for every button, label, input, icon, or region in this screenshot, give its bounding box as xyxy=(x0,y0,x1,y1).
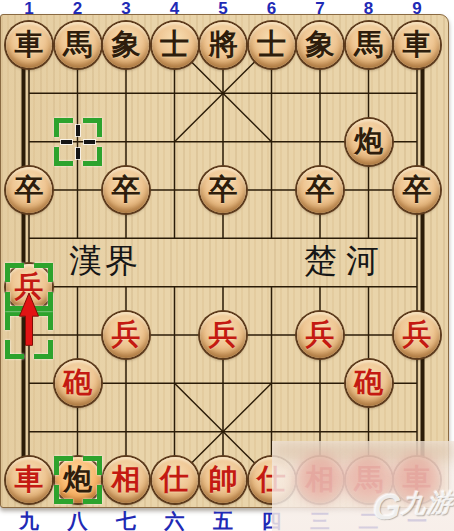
piece-black-cannon[interactable]: 炮 xyxy=(346,119,392,165)
bottom-file-label-1: 九 xyxy=(16,508,42,531)
piece-red-chariot[interactable]: 車 xyxy=(6,457,52,503)
piece-glyph: 馬 xyxy=(63,21,92,69)
piece-glyph: 車 xyxy=(15,21,44,69)
piece-glyph: 兵 xyxy=(15,263,44,311)
piece-glyph: 兵 xyxy=(403,311,432,359)
bottom-file-label-4: 六 xyxy=(162,508,188,531)
piece-glyph: 將 xyxy=(209,21,238,69)
top-file-label-7: 7 xyxy=(307,0,333,19)
piece-glyph: 兵 xyxy=(112,311,141,359)
piece-red-general[interactable]: 帥 xyxy=(200,457,246,503)
piece-red-soldier[interactable]: 兵 xyxy=(103,312,149,358)
piece-red-soldier[interactable]: 兵 xyxy=(394,312,440,358)
piece-glyph: 相 xyxy=(112,456,141,504)
piece-glyph: 車 xyxy=(15,456,44,504)
piece-glyph: 馬 xyxy=(354,21,383,69)
piece-black-advisor[interactable]: 士 xyxy=(249,22,295,68)
river-label-hanjie: 漢界 xyxy=(60,243,150,279)
piece-red-cannon[interactable]: 砲 xyxy=(346,360,392,406)
top-file-label-1: 1 xyxy=(16,0,42,19)
blurred-piece xyxy=(297,455,343,501)
piece-glyph: 兵 xyxy=(306,311,335,359)
river-label-chuhe: 楚河 xyxy=(298,243,394,279)
jiuyou-logo-text: 九游 xyxy=(400,488,454,518)
xiangqi-game-screen: 漢界 楚河 123456789九八七六五四三二一 車馬象士將士象馬車炮卒卒卒卒卒… xyxy=(0,0,454,531)
piece-black-horse[interactable]: 馬 xyxy=(346,22,392,68)
piece-red-elephant[interactable]: 相 xyxy=(103,457,149,503)
piece-glyph: 砲 xyxy=(63,359,92,407)
piece-glyph: 砲 xyxy=(354,359,383,407)
top-file-label-3: 3 xyxy=(113,0,139,19)
bottom-file-label-3: 七 xyxy=(113,508,139,531)
piece-black-advisor[interactable]: 士 xyxy=(152,22,198,68)
piece-glyph: 卒 xyxy=(209,166,238,214)
top-file-label-9: 9 xyxy=(404,0,430,19)
jiuyou-logo-mark: G xyxy=(371,485,402,527)
piece-glyph: 車 xyxy=(403,21,432,69)
piece-red-soldier-advanced[interactable]: 兵 xyxy=(6,264,52,310)
top-file-label-5: 5 xyxy=(210,0,236,19)
piece-red-soldier[interactable]: 兵 xyxy=(297,312,343,358)
top-file-label-8: 8 xyxy=(356,0,382,19)
watermark-overlay: G九游 xyxy=(272,441,454,531)
top-file-label-2: 2 xyxy=(65,0,91,19)
piece-black-chariot[interactable]: 車 xyxy=(394,22,440,68)
piece-glyph: 仕 xyxy=(160,456,189,504)
piece-glyph: 卒 xyxy=(403,166,432,214)
piece-black-elephant[interactable]: 象 xyxy=(297,22,343,68)
piece-red-cannon[interactable]: 砲 xyxy=(55,360,101,406)
piece-glyph: 炮 xyxy=(354,118,383,166)
jiuyou-logo: G九游 xyxy=(371,484,454,529)
piece-glyph: 卒 xyxy=(306,166,335,214)
piece-black-soldier[interactable]: 卒 xyxy=(394,167,440,213)
piece-black-soldier[interactable]: 卒 xyxy=(6,167,52,213)
piece-black-elephant[interactable]: 象 xyxy=(103,22,149,68)
piece-black-soldier[interactable]: 卒 xyxy=(200,167,246,213)
top-file-label-6: 6 xyxy=(259,0,285,19)
piece-glyph: 帥 xyxy=(209,456,238,504)
piece-glyph: 士 xyxy=(257,21,286,69)
piece-glyph: 卒 xyxy=(15,166,44,214)
piece-glyph: 炮 xyxy=(63,456,92,504)
piece-black-general[interactable]: 將 xyxy=(200,22,246,68)
bottom-file-label-5: 五 xyxy=(210,508,236,531)
piece-black-cannon-on-red-back-rank[interactable]: 炮 xyxy=(55,457,101,503)
piece-black-horse[interactable]: 馬 xyxy=(55,22,101,68)
piece-glyph: 象 xyxy=(112,21,141,69)
piece-glyph: 兵 xyxy=(209,311,238,359)
piece-glyph: 士 xyxy=(160,21,189,69)
piece-black-soldier[interactable]: 卒 xyxy=(103,167,149,213)
piece-glyph: 象 xyxy=(306,21,335,69)
top-file-label-4: 4 xyxy=(162,0,188,19)
piece-black-chariot[interactable]: 車 xyxy=(6,22,52,68)
piece-red-soldier[interactable]: 兵 xyxy=(200,312,246,358)
piece-black-soldier[interactable]: 卒 xyxy=(297,167,343,213)
piece-glyph: 卒 xyxy=(112,166,141,214)
bottom-file-label-2: 八 xyxy=(65,508,91,531)
piece-red-advisor[interactable]: 仕 xyxy=(152,457,198,503)
